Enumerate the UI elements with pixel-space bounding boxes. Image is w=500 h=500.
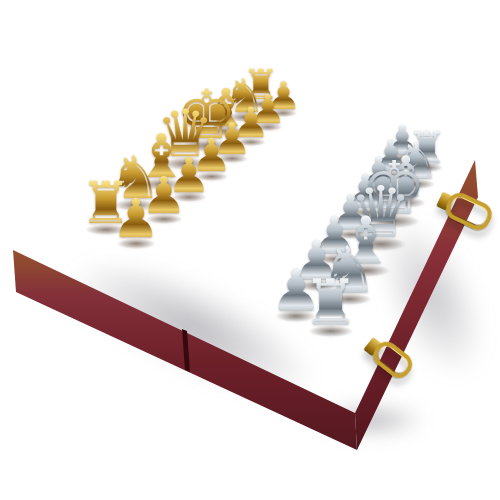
gold-pawn[interactable]: ♟ xyxy=(91,187,181,250)
piece-glyph: ♟ xyxy=(112,192,160,246)
board-square[interactable] xyxy=(311,121,348,144)
board-square[interactable] xyxy=(242,185,289,217)
board-square[interactable] xyxy=(262,167,306,196)
piece-glyph: ♜ xyxy=(302,272,358,335)
board-square[interactable] xyxy=(280,150,321,177)
silver-rook[interactable]: ♜ xyxy=(286,266,376,339)
product-photo: ♜♞♝♛♚♝♞♜♟♟♟♟♟♟♟♟♟♟♟♟♟♟♟♟♜♞♝♛♚♝♞♜ xyxy=(0,0,500,500)
board-square[interactable] xyxy=(195,228,249,267)
board-square[interactable] xyxy=(296,135,335,160)
board-square[interactable] xyxy=(220,205,270,240)
